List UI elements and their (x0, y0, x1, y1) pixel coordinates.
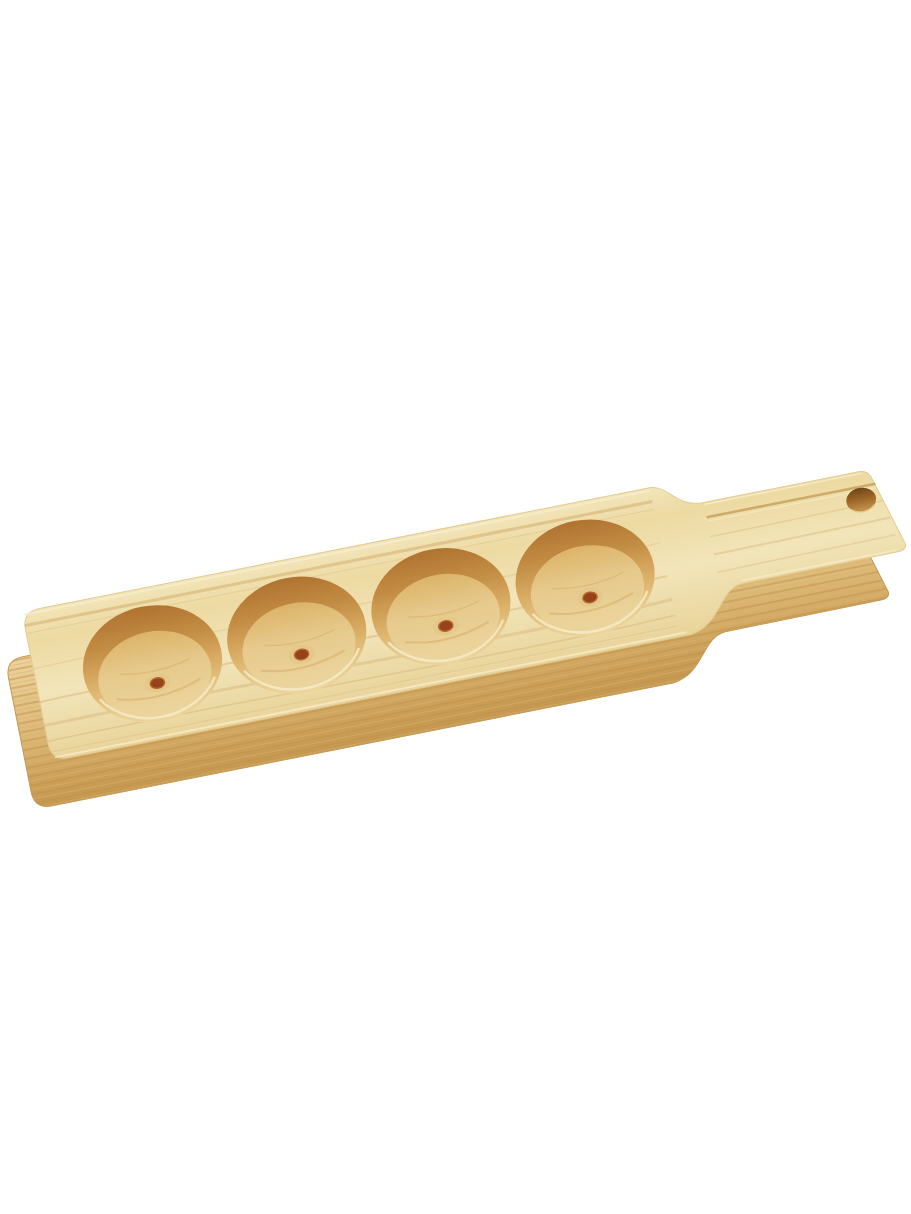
paddle (0, 441, 911, 809)
flight-paddle-svg (0, 0, 911, 1214)
product-photo (0, 0, 911, 1214)
